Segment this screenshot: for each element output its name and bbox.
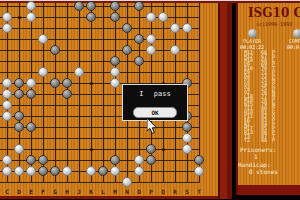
board-cell-S11[interactable] xyxy=(181,67,193,78)
board-cell-S1[interactable] xyxy=(181,177,193,188)
board-cell-O12[interactable] xyxy=(133,56,145,67)
board-cell-J17[interactable] xyxy=(73,1,85,12)
board-cell-C12[interactable] xyxy=(1,56,13,67)
board-cell-N4[interactable] xyxy=(121,144,133,155)
board-cell-J2[interactable] xyxy=(73,166,85,177)
board-cell-L16[interactable] xyxy=(97,12,109,23)
board-cell-N3[interactable] xyxy=(121,155,133,166)
board-cell-P17[interactable] xyxy=(145,1,157,12)
board-cell-C17[interactable] xyxy=(1,1,13,12)
move-coord: T2 xyxy=(244,138,261,142)
board-cell-R2[interactable] xyxy=(169,166,181,177)
board-cell-H9[interactable] xyxy=(61,89,73,100)
column-label-P: P xyxy=(145,187,157,196)
board-cell-P12[interactable] xyxy=(145,56,157,67)
white-stone-C15 xyxy=(2,23,12,33)
black-stone-T3 xyxy=(194,155,204,165)
board-cell-F9[interactable] xyxy=(37,89,49,100)
board-cell-N17[interactable] xyxy=(121,1,133,12)
board-cell-H10[interactable] xyxy=(61,78,73,89)
board-cell-H17[interactable] xyxy=(61,1,73,12)
board-cell-F2[interactable] xyxy=(37,166,49,177)
board-cell-S13[interactable] xyxy=(181,45,193,56)
board-cell-T3[interactable] xyxy=(193,155,205,166)
board-cell-F5[interactable] xyxy=(37,133,49,144)
board-cell-T4[interactable] xyxy=(193,144,205,155)
board-cell-C13[interactable] xyxy=(1,45,13,56)
board-cell-K11[interactable] xyxy=(85,67,97,78)
board-cell-D3[interactable] xyxy=(13,155,25,166)
board-cell-P16[interactable] xyxy=(145,12,157,23)
board-cell-M13[interactable] xyxy=(109,45,121,56)
board-cell-F16[interactable] xyxy=(37,12,49,23)
board-cell-H15[interactable] xyxy=(61,23,73,34)
board-cell-T16[interactable] xyxy=(193,12,205,23)
board-cell-R1[interactable] xyxy=(169,177,181,188)
board-cell-G5[interactable] xyxy=(49,133,61,144)
board-cell-K14[interactable] xyxy=(85,34,97,45)
board-cell-J16[interactable] xyxy=(73,12,85,23)
board-cell-E9[interactable] xyxy=(25,89,37,100)
column-label-S: S xyxy=(181,187,193,196)
board-cell-M4[interactable] xyxy=(109,144,121,155)
board-cell-E6[interactable] xyxy=(25,122,37,133)
board-cell-H14[interactable] xyxy=(61,34,73,45)
board-cell-G17[interactable] xyxy=(49,1,61,12)
white-stone-S4 xyxy=(182,144,192,154)
board-cell-L5[interactable] xyxy=(97,133,109,144)
board-cell-R13[interactable] xyxy=(169,45,181,56)
board-cell-H8[interactable] xyxy=(61,100,73,111)
board-cell-L1[interactable] xyxy=(97,177,109,188)
board-cell-N13[interactable] xyxy=(121,45,133,56)
board-cell-F15[interactable] xyxy=(37,23,49,34)
board-cell-H2[interactable] xyxy=(61,166,73,177)
board-cell-D11[interactable] xyxy=(13,67,25,78)
black-stone-F2 xyxy=(38,166,48,176)
board-cell-P11[interactable] xyxy=(145,67,157,78)
board-cell-D5[interactable] xyxy=(13,133,25,144)
board-cell-P14[interactable] xyxy=(145,34,157,45)
board-cell-H1[interactable] xyxy=(61,177,73,188)
board-cell-T14[interactable] xyxy=(193,34,205,45)
board-cell-T12[interactable] xyxy=(193,56,205,67)
board-cell-N6[interactable] xyxy=(121,122,133,133)
board-cell-Q11[interactable] xyxy=(157,67,169,78)
board-cell-Q12[interactable] xyxy=(157,56,169,67)
column-label-K: K xyxy=(85,187,97,196)
black-stone-K17 xyxy=(86,1,96,11)
board-cell-E3[interactable] xyxy=(25,155,37,166)
board-cell-G9[interactable] xyxy=(49,89,61,100)
board-cell-N1[interactable] xyxy=(121,177,133,188)
board-cell-J3[interactable] xyxy=(73,155,85,166)
board-cell-J1[interactable] xyxy=(73,177,85,188)
board-cell-K2[interactable] xyxy=(85,166,97,177)
board-cell-J6[interactable] xyxy=(73,122,85,133)
board-cell-C7[interactable] xyxy=(1,111,13,122)
board-cell-C16[interactable] xyxy=(1,12,13,23)
board-cell-C4[interactable] xyxy=(1,144,13,155)
white-stone-F14 xyxy=(38,34,48,44)
board-cell-K17[interactable] xyxy=(85,1,97,12)
board-cell-N12[interactable] xyxy=(121,56,133,67)
board-cell-T17[interactable] xyxy=(193,1,205,12)
board-cell-M12[interactable] xyxy=(109,56,121,67)
board-cell-S14[interactable] xyxy=(181,34,193,45)
board-cell-Q3[interactable] xyxy=(157,155,169,166)
board-cell-T13[interactable] xyxy=(193,45,205,56)
board-cell-M8[interactable] xyxy=(109,100,121,111)
board-cell-O15[interactable] xyxy=(133,23,145,34)
board-cell-D7[interactable] xyxy=(13,111,25,122)
board-cell-O5[interactable] xyxy=(133,133,145,144)
board-cell-T2[interactable] xyxy=(193,166,205,177)
board-cell-P15[interactable] xyxy=(145,23,157,34)
board-cell-Q5[interactable] xyxy=(157,133,169,144)
board-cell-H6[interactable] xyxy=(61,122,73,133)
board-cell-H4[interactable] xyxy=(61,144,73,155)
board-cell-P5[interactable] xyxy=(145,133,157,144)
white-stone-R13 xyxy=(170,45,180,55)
board-cell-H12[interactable] xyxy=(61,56,73,67)
board-cell-K4[interactable] xyxy=(85,144,97,155)
board-cell-G2[interactable] xyxy=(49,166,61,177)
column-label-O: O xyxy=(133,187,145,196)
board-cell-M7[interactable] xyxy=(109,111,121,122)
board-cell-L10[interactable] xyxy=(97,78,109,89)
board-cell-J8[interactable] xyxy=(73,100,85,111)
board-cell-R11[interactable] xyxy=(169,67,181,78)
board-cell-E15[interactable] xyxy=(25,23,37,34)
board-cell-S2[interactable] xyxy=(181,166,193,177)
board-cell-Q13[interactable] xyxy=(157,45,169,56)
board-cell-J12[interactable] xyxy=(73,56,85,67)
board-cell-D4[interactable] xyxy=(13,144,25,155)
board-cell-R5[interactable] xyxy=(169,133,181,144)
handicap-label: Handicap: xyxy=(238,161,271,168)
board-cell-H5[interactable] xyxy=(61,133,73,144)
board-cell-D2[interactable] xyxy=(13,166,25,177)
board-cell-T15[interactable] xyxy=(193,23,205,34)
board-cell-S17[interactable] xyxy=(181,1,193,12)
board-cell-N15[interactable] xyxy=(121,23,133,34)
board-cell-T11[interactable] xyxy=(193,67,205,78)
board-cell-E1[interactable] xyxy=(25,177,37,188)
board-cell-Q2[interactable] xyxy=(157,166,169,177)
board-cell-J10[interactable] xyxy=(73,78,85,89)
pass-dialog-message: I pass xyxy=(123,90,187,98)
board-cell-F12[interactable] xyxy=(37,56,49,67)
board-cell-D16[interactable] xyxy=(13,12,25,23)
board-cell-G12[interactable] xyxy=(49,56,61,67)
board-cell-G8[interactable] xyxy=(49,100,61,111)
board-cell-F17[interactable] xyxy=(37,1,49,12)
board-cell-E8[interactable] xyxy=(25,100,37,111)
board-cell-L8[interactable] xyxy=(97,100,109,111)
pass-dialog: I pass OK xyxy=(122,84,188,121)
board-cell-C3[interactable] xyxy=(1,155,13,166)
board-cell-C6[interactable] xyxy=(1,122,13,133)
black-stone-L2 xyxy=(98,166,108,176)
board-cell-T8[interactable] xyxy=(193,100,205,111)
board-cell-E13[interactable] xyxy=(25,45,37,56)
board-cell-S12[interactable] xyxy=(181,56,193,67)
board-cell-E11[interactable] xyxy=(25,67,37,78)
white-stone-S5 xyxy=(182,133,192,143)
board-cell-J11[interactable] xyxy=(73,67,85,78)
board-cell-F6[interactable] xyxy=(37,122,49,133)
board-cell-J9[interactable] xyxy=(73,89,85,100)
board-cell-D8[interactable] xyxy=(13,100,25,111)
board-cell-M16[interactable] xyxy=(109,12,121,23)
board-cell-M17[interactable] xyxy=(109,1,121,12)
board-cell-D9[interactable] xyxy=(13,89,25,100)
board-cell-J5[interactable] xyxy=(73,133,85,144)
board-cell-C2[interactable] xyxy=(1,166,13,177)
board-cell-N11[interactable] xyxy=(121,67,133,78)
board-cell-C8[interactable] xyxy=(1,100,13,111)
board-cell-F8[interactable] xyxy=(37,100,49,111)
hoshi-point-K10 xyxy=(90,82,93,85)
board-cell-K12[interactable] xyxy=(85,56,97,67)
board-cell-C10[interactable] xyxy=(1,78,13,89)
board-cell-O17[interactable] xyxy=(133,1,145,12)
board-cell-K5[interactable] xyxy=(85,133,97,144)
board-cell-S3[interactable] xyxy=(181,155,193,166)
board-cell-E4[interactable] xyxy=(25,144,37,155)
board-cell-T5[interactable] xyxy=(193,133,205,144)
board-cell-O13[interactable] xyxy=(133,45,145,56)
board-cell-F11[interactable] xyxy=(37,67,49,78)
board-cell-H11[interactable] xyxy=(61,67,73,78)
board-cell-J15[interactable] xyxy=(73,23,85,34)
board-cell-P4[interactable] xyxy=(145,144,157,155)
board-cell-C14[interactable] xyxy=(1,34,13,45)
column-label-C: C xyxy=(1,187,13,196)
board-cell-L11[interactable] xyxy=(97,67,109,78)
board-cell-L12[interactable] xyxy=(97,56,109,67)
board-cell-H7[interactable] xyxy=(61,111,73,122)
board-cell-S16[interactable] xyxy=(181,12,193,23)
board-cell-D12[interactable] xyxy=(13,56,25,67)
board-cell-G16[interactable] xyxy=(49,12,61,23)
board-cell-F3[interactable] xyxy=(37,155,49,166)
board-cell-N16[interactable] xyxy=(121,12,133,23)
board-cell-T6[interactable] xyxy=(193,122,205,133)
board-cell-G3[interactable] xyxy=(49,155,61,166)
board-cell-N5[interactable] xyxy=(121,133,133,144)
board-cell-L9[interactable] xyxy=(97,89,109,100)
board-cell-O4[interactable] xyxy=(133,144,145,155)
board-cell-M10[interactable] xyxy=(109,78,121,89)
board-cell-K6[interactable] xyxy=(85,122,97,133)
board-cell-K15[interactable] xyxy=(85,23,97,34)
board-cell-G1[interactable] xyxy=(49,177,61,188)
board-cell-G14[interactable] xyxy=(49,34,61,45)
board-cell-G15[interactable] xyxy=(49,23,61,34)
board-cell-R15[interactable] xyxy=(169,23,181,34)
board-cell-K10[interactable] xyxy=(85,78,97,89)
board-cell-P3[interactable] xyxy=(145,155,157,166)
board-cell-L3[interactable] xyxy=(97,155,109,166)
board-cell-C5[interactable] xyxy=(1,133,13,144)
board-cell-F10[interactable] xyxy=(37,78,49,89)
board-cell-F7[interactable] xyxy=(37,111,49,122)
board-cell-K16[interactable] xyxy=(85,12,97,23)
sidebar-footer-strip xyxy=(238,185,300,195)
board-cell-J14[interactable] xyxy=(73,34,85,45)
board-cell-M1[interactable] xyxy=(109,177,121,188)
board-cell-Q17[interactable] xyxy=(157,1,169,12)
board-cell-T7[interactable] xyxy=(193,111,205,122)
board-cell-Q1[interactable] xyxy=(157,177,169,188)
board-cell-Q16[interactable] xyxy=(157,12,169,23)
board-cell-H13[interactable] xyxy=(61,45,73,56)
board-cell-L6[interactable] xyxy=(97,122,109,133)
board-cell-O11[interactable] xyxy=(133,67,145,78)
column-label-G: G xyxy=(49,187,61,196)
board-cell-M2[interactable] xyxy=(109,166,121,177)
board-cell-C1[interactable] xyxy=(1,177,13,188)
board-cell-M6[interactable] xyxy=(109,122,121,133)
board-cell-L2[interactable] xyxy=(97,166,109,177)
board-cell-D6[interactable] xyxy=(13,122,25,133)
prisoners-label: Prisoners: xyxy=(240,146,276,153)
black-stone-N13 xyxy=(122,45,132,55)
board-cell-K9[interactable] xyxy=(85,89,97,100)
board-cell-H3[interactable] xyxy=(61,155,73,166)
board-cell-G10[interactable] xyxy=(49,78,61,89)
board-cell-P13[interactable] xyxy=(145,45,157,56)
board-cell-C9[interactable] xyxy=(1,89,13,100)
board-cell-Q4[interactable] xyxy=(157,144,169,155)
board-cell-F13[interactable] xyxy=(37,45,49,56)
board-cell-Q6[interactable] xyxy=(157,122,169,133)
board-cell-E12[interactable] xyxy=(25,56,37,67)
board-cell-F4[interactable] xyxy=(37,144,49,155)
board-cell-D13[interactable] xyxy=(13,45,25,56)
board-cell-G11[interactable] xyxy=(49,67,61,78)
board-cell-D15[interactable] xyxy=(13,23,25,34)
board-cell-L17[interactable] xyxy=(97,1,109,12)
ok-button[interactable]: OK xyxy=(133,107,177,118)
black-stone-H10 xyxy=(62,78,72,88)
board-cell-N2[interactable] xyxy=(121,166,133,177)
board-cell-M14[interactable] xyxy=(109,34,121,45)
board-cell-Q14[interactable] xyxy=(157,34,169,45)
board-cell-O16[interactable] xyxy=(133,12,145,23)
board-cell-R4[interactable] xyxy=(169,144,181,155)
board-cell-R3[interactable] xyxy=(169,155,181,166)
board-cell-K7[interactable] xyxy=(85,111,97,122)
board-cell-M15[interactable] xyxy=(109,23,121,34)
board-cell-G6[interactable] xyxy=(49,122,61,133)
board-cell-S6[interactable] xyxy=(181,122,193,133)
board-cell-F14[interactable] xyxy=(37,34,49,45)
board-cell-O2[interactable] xyxy=(133,166,145,177)
move-number: 88 xyxy=(261,138,272,142)
game-screen: ABCDEFGHJKLMNOPQRST ISG10 Go (c)1990-199… xyxy=(0,0,300,200)
board-cell-F1[interactable] xyxy=(37,177,49,188)
black-stone-N15 xyxy=(122,23,132,33)
board-cell-E17[interactable] xyxy=(25,1,37,12)
app-title: ISG10 Go xyxy=(248,6,300,20)
board-cell-L14[interactable] xyxy=(97,34,109,45)
board-cell-T1[interactable] xyxy=(193,177,205,188)
board-cell-T9[interactable] xyxy=(193,89,205,100)
board-cell-P2[interactable] xyxy=(145,166,157,177)
board-cell-K13[interactable] xyxy=(85,45,97,56)
board-cell-R17[interactable] xyxy=(169,1,181,12)
column-label-D: D xyxy=(13,187,25,196)
board-cell-O14[interactable] xyxy=(133,34,145,45)
board-cell-J13[interactable] xyxy=(73,45,85,56)
board-cell-D14[interactable] xyxy=(13,34,25,45)
board-cell-M3[interactable] xyxy=(109,155,121,166)
board-cell-R12[interactable] xyxy=(169,56,181,67)
board-cell-R16[interactable] xyxy=(169,12,181,23)
board-cell-O3[interactable] xyxy=(133,155,145,166)
board-cell-D1[interactable] xyxy=(13,177,25,188)
board-cell-M9[interactable] xyxy=(109,89,121,100)
board-cell-E14[interactable] xyxy=(25,34,37,45)
board-cell-M5[interactable] xyxy=(109,133,121,144)
board-cell-J7[interactable] xyxy=(73,111,85,122)
board-cell-S5[interactable] xyxy=(181,133,193,144)
board-cell-L7[interactable] xyxy=(97,111,109,122)
board-cell-G13[interactable] xyxy=(49,45,61,56)
board-cell-L4[interactable] xyxy=(97,144,109,155)
board-cell-T10[interactable] xyxy=(193,78,205,89)
board-cell-R14[interactable] xyxy=(169,34,181,45)
board-cell-N14[interactable] xyxy=(121,34,133,45)
board-cell-J4[interactable] xyxy=(73,144,85,155)
white-stone-C10 xyxy=(2,78,12,88)
board-cell-L13[interactable] xyxy=(97,45,109,56)
board-cell-K8[interactable] xyxy=(85,100,97,111)
board-cell-K3[interactable] xyxy=(85,155,97,166)
board-cell-E7[interactable] xyxy=(25,111,37,122)
board-cell-G7[interactable] xyxy=(49,111,61,122)
board-cell-E2[interactable] xyxy=(25,166,37,177)
board-cell-E5[interactable] xyxy=(25,133,37,144)
column-label-N: N xyxy=(121,187,133,196)
board-cell-R6[interactable] xyxy=(169,122,181,133)
board-cell-D10[interactable] xyxy=(13,78,25,89)
board-cell-C11[interactable] xyxy=(1,67,13,78)
board-cell-S15[interactable] xyxy=(181,23,193,34)
white-stone-E2 xyxy=(26,166,36,176)
board-cell-E16[interactable] xyxy=(25,12,37,23)
board-cell-S4[interactable] xyxy=(181,144,193,155)
board-cell-O6[interactable] xyxy=(133,122,145,133)
board-cell-D17[interactable] xyxy=(13,1,25,12)
board-cell-M11[interactable] xyxy=(109,67,121,78)
board-cell-E10[interactable] xyxy=(25,78,37,89)
board-cell-C15[interactable] xyxy=(1,23,13,34)
board-cell-K1[interactable] xyxy=(85,177,97,188)
white-stone-C2 xyxy=(2,166,12,176)
board-cell-L15[interactable] xyxy=(97,23,109,34)
white-stone-C8 xyxy=(2,100,12,110)
board-cell-G4[interactable] xyxy=(49,144,61,155)
board-cell-O1[interactable] xyxy=(133,177,145,188)
hoshi-point-Q4 xyxy=(162,148,165,151)
board-cell-P1[interactable] xyxy=(145,177,157,188)
board-cell-Q15[interactable] xyxy=(157,23,169,34)
board-cell-H16[interactable] xyxy=(61,12,73,23)
